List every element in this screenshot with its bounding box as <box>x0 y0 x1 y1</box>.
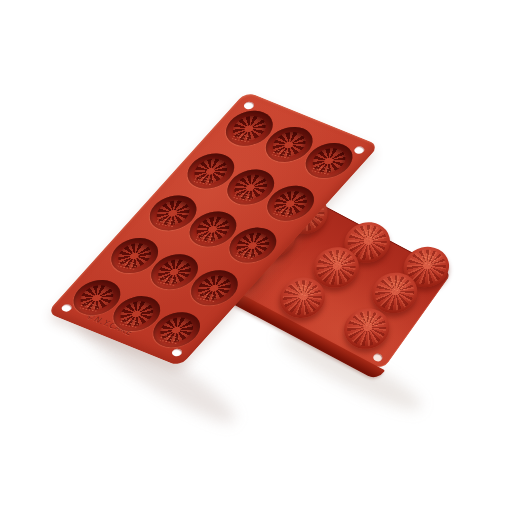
corner-hole <box>372 352 385 363</box>
corner-hole <box>60 303 74 313</box>
product-photo: ©N.Y.CAKE <box>0 0 512 512</box>
corner-hole <box>170 348 184 358</box>
corner-hole <box>352 145 366 155</box>
corner-hole <box>242 101 256 111</box>
